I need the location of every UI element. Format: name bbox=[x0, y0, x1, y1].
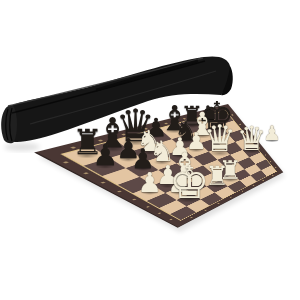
piece-white-pawn[interactable]: ♟ bbox=[137, 169, 161, 196]
bag-end-cap bbox=[1, 105, 17, 143]
piece-white-queen[interactable]: ♛ bbox=[203, 121, 236, 158]
piece-white-king[interactable]: ♚ bbox=[169, 160, 209, 205]
chess-set-scene: ♜♟♟♝♟♟♟♟♚♛♞♞♝♟♟♜♝♞♟♜♜♝♛♟♚♛♟ bbox=[0, 0, 300, 300]
piece-white-queen[interactable]: ♛ bbox=[237, 122, 267, 155]
piece-black-pawn[interactable]: ♟ bbox=[92, 141, 118, 170]
